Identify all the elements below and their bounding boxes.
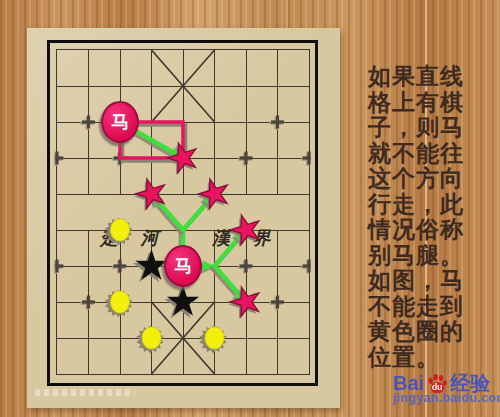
jingyan-domain: jingyan.baidu.com	[393, 391, 500, 405]
red-horse-piece: 马	[101, 101, 139, 143]
screenshot-root: 楚 河 漢 界 马马 如果直线 格上有棋 子，则马 就不能往 这个方向 行走，此…	[0, 0, 500, 417]
red-horse-piece: 马	[164, 245, 202, 287]
pieces-layer: 马马	[57, 50, 309, 374]
tutorial-text: 如果直线 格上有棋 子，则马 就不能往 这个方向 行走，此 情况俗称 别马腿。 …	[368, 64, 494, 370]
watermark-blur	[35, 389, 135, 396]
board-panel: 楚 河 漢 界 马马	[27, 28, 340, 408]
baidu-du-label: du	[426, 382, 448, 392]
